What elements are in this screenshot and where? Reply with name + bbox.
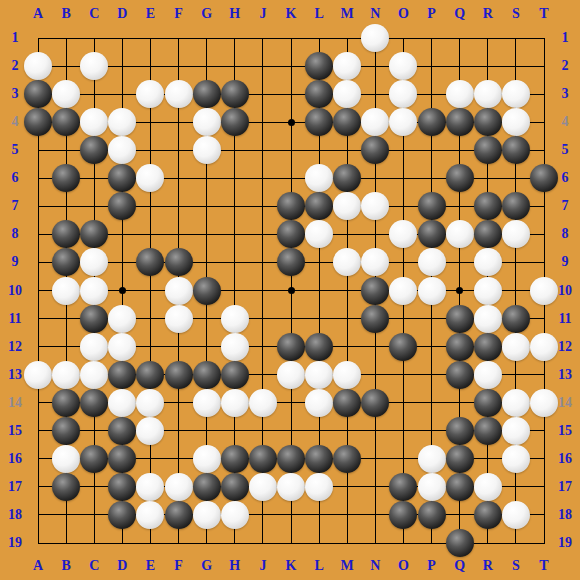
stone-white xyxy=(136,417,164,445)
row-label-left: 16 xyxy=(8,450,22,468)
stone-black xyxy=(333,445,361,473)
stone-black xyxy=(193,361,221,389)
row-label-left: 4 xyxy=(12,113,19,131)
row-label-right: 1 xyxy=(562,29,569,47)
stone-white xyxy=(165,277,193,305)
stone-black xyxy=(474,108,502,136)
stone-white xyxy=(136,473,164,501)
stone-white xyxy=(530,277,558,305)
stone-white xyxy=(80,52,108,80)
row-label-left: 18 xyxy=(8,506,22,524)
column-label-top: H xyxy=(229,5,240,23)
stone-white xyxy=(361,248,389,276)
column-label-top: M xyxy=(341,5,354,23)
column-label-bottom: M xyxy=(341,557,354,575)
stone-white xyxy=(418,277,446,305)
stone-white xyxy=(136,164,164,192)
row-label-left: 8 xyxy=(12,225,19,243)
stone-white xyxy=(305,473,333,501)
stone-black xyxy=(277,445,305,473)
stone-white xyxy=(193,445,221,473)
column-label-bottom: L xyxy=(314,557,323,575)
row-label-left: 13 xyxy=(8,366,22,384)
row-label-right: 7 xyxy=(562,197,569,215)
stone-white xyxy=(52,361,80,389)
column-label-bottom: E xyxy=(146,557,155,575)
stone-black xyxy=(108,501,136,529)
row-label-left: 15 xyxy=(8,422,22,440)
stone-white xyxy=(221,333,249,361)
column-label-top: N xyxy=(370,5,380,23)
stone-white xyxy=(305,220,333,248)
stone-black xyxy=(80,220,108,248)
stone-white xyxy=(193,501,221,529)
row-label-right: 12 xyxy=(558,338,572,356)
stone-black xyxy=(52,389,80,417)
row-label-right: 3 xyxy=(562,85,569,103)
stone-black xyxy=(361,305,389,333)
star-point xyxy=(119,287,126,294)
stone-white xyxy=(502,108,530,136)
stone-white xyxy=(474,277,502,305)
stone-black xyxy=(24,108,52,136)
stone-black xyxy=(277,248,305,276)
stone-white xyxy=(193,108,221,136)
row-label-right: 18 xyxy=(558,506,572,524)
stone-black xyxy=(418,192,446,220)
row-label-right: 10 xyxy=(558,282,572,300)
stone-white xyxy=(502,80,530,108)
row-label-left: 12 xyxy=(8,338,22,356)
stone-black xyxy=(333,164,361,192)
stone-white xyxy=(389,108,417,136)
stone-black xyxy=(277,220,305,248)
stone-white xyxy=(193,136,221,164)
stone-black xyxy=(446,473,474,501)
column-label-bottom: S xyxy=(512,557,520,575)
column-label-bottom: B xyxy=(61,557,70,575)
stone-black xyxy=(446,164,474,192)
row-label-right: 4 xyxy=(562,113,569,131)
stone-white xyxy=(333,248,361,276)
stone-white xyxy=(80,108,108,136)
stone-black xyxy=(52,220,80,248)
stone-white xyxy=(52,445,80,473)
stone-white xyxy=(305,361,333,389)
stone-white xyxy=(108,333,136,361)
stone-white xyxy=(249,473,277,501)
stone-black xyxy=(108,417,136,445)
stone-white xyxy=(165,80,193,108)
column-label-bottom: K xyxy=(286,557,297,575)
stone-white xyxy=(165,305,193,333)
row-label-right: 15 xyxy=(558,422,572,440)
stone-black xyxy=(333,389,361,417)
column-label-bottom: T xyxy=(539,557,548,575)
column-label-top: B xyxy=(61,5,70,23)
stone-white xyxy=(389,52,417,80)
stone-black xyxy=(446,108,474,136)
column-label-bottom: P xyxy=(427,557,436,575)
stone-white xyxy=(305,389,333,417)
stone-black xyxy=(474,417,502,445)
stone-white xyxy=(221,389,249,417)
stone-white xyxy=(80,248,108,276)
row-label-left: 19 xyxy=(8,534,22,552)
stone-white xyxy=(333,192,361,220)
row-label-right: 13 xyxy=(558,366,572,384)
column-label-top: A xyxy=(33,5,43,23)
column-label-bottom: A xyxy=(33,557,43,575)
stone-black xyxy=(418,501,446,529)
row-label-left: 7 xyxy=(12,197,19,215)
column-label-bottom: H xyxy=(229,557,240,575)
stone-black xyxy=(52,108,80,136)
stone-black xyxy=(530,164,558,192)
stone-black xyxy=(446,529,474,557)
stone-black xyxy=(277,333,305,361)
stone-white xyxy=(474,305,502,333)
stone-white xyxy=(474,80,502,108)
stone-white xyxy=(502,417,530,445)
row-label-left: 2 xyxy=(12,57,19,75)
stone-black xyxy=(446,333,474,361)
stone-black xyxy=(108,361,136,389)
stone-white xyxy=(474,248,502,276)
column-label-bottom: J xyxy=(259,557,266,575)
stone-white xyxy=(136,80,164,108)
stone-white xyxy=(361,108,389,136)
stone-black xyxy=(446,417,474,445)
stone-white xyxy=(389,277,417,305)
stone-black xyxy=(108,473,136,501)
stone-black xyxy=(502,305,530,333)
stone-white xyxy=(221,305,249,333)
stone-black xyxy=(80,389,108,417)
column-label-bottom: C xyxy=(89,557,99,575)
column-label-top: D xyxy=(117,5,127,23)
stone-black xyxy=(221,108,249,136)
column-label-top: F xyxy=(174,5,183,23)
stone-black xyxy=(474,501,502,529)
stone-white xyxy=(361,192,389,220)
row-label-left: 9 xyxy=(12,253,19,271)
column-label-bottom: G xyxy=(201,557,212,575)
stone-black xyxy=(136,361,164,389)
stone-white xyxy=(305,164,333,192)
row-label-right: 5 xyxy=(562,141,569,159)
stone-black xyxy=(52,473,80,501)
stone-black xyxy=(165,248,193,276)
stone-white xyxy=(333,52,361,80)
stone-white xyxy=(389,220,417,248)
stone-white xyxy=(136,389,164,417)
stone-black xyxy=(80,305,108,333)
star-point xyxy=(288,119,295,126)
stone-white xyxy=(80,361,108,389)
stone-black xyxy=(136,248,164,276)
column-label-top: G xyxy=(201,5,212,23)
column-label-top: K xyxy=(286,5,297,23)
stone-black xyxy=(502,136,530,164)
stone-black xyxy=(446,305,474,333)
stone-white xyxy=(502,389,530,417)
stone-black xyxy=(165,501,193,529)
row-label-right: 11 xyxy=(558,310,571,328)
column-label-bottom: D xyxy=(117,557,127,575)
stone-white xyxy=(277,473,305,501)
column-label-top: C xyxy=(89,5,99,23)
stone-white xyxy=(474,361,502,389)
row-label-right: 8 xyxy=(562,225,569,243)
stone-white xyxy=(80,277,108,305)
stone-black xyxy=(221,361,249,389)
stone-black xyxy=(80,136,108,164)
stone-black xyxy=(193,80,221,108)
stone-black xyxy=(165,361,193,389)
stone-black xyxy=(221,80,249,108)
stone-black xyxy=(474,136,502,164)
stone-black xyxy=(52,164,80,192)
row-label-left: 11 xyxy=(8,310,21,328)
stone-black xyxy=(52,248,80,276)
column-label-bottom: O xyxy=(398,557,409,575)
stone-black xyxy=(305,333,333,361)
row-label-left: 3 xyxy=(12,85,19,103)
stone-white xyxy=(333,80,361,108)
stone-white xyxy=(361,24,389,52)
column-label-bottom: R xyxy=(483,557,493,575)
column-label-top: Q xyxy=(454,5,465,23)
stone-white xyxy=(221,501,249,529)
stone-black xyxy=(333,108,361,136)
stone-white xyxy=(80,333,108,361)
stone-white xyxy=(52,277,80,305)
stone-white xyxy=(502,220,530,248)
stone-black xyxy=(305,52,333,80)
stone-black xyxy=(249,445,277,473)
stone-white xyxy=(502,333,530,361)
column-label-top: T xyxy=(539,5,548,23)
stone-white xyxy=(24,52,52,80)
stone-black xyxy=(474,192,502,220)
stone-white xyxy=(108,389,136,417)
stone-black xyxy=(418,220,446,248)
star-point xyxy=(288,287,295,294)
row-label-right: 17 xyxy=(558,478,572,496)
column-label-top: E xyxy=(146,5,155,23)
stone-black xyxy=(221,473,249,501)
stone-white xyxy=(108,305,136,333)
stone-black xyxy=(446,361,474,389)
stone-white xyxy=(530,389,558,417)
stone-black xyxy=(80,445,108,473)
stone-black xyxy=(108,445,136,473)
column-label-top: S xyxy=(512,5,520,23)
stone-black xyxy=(305,80,333,108)
stone-black xyxy=(361,277,389,305)
stone-black xyxy=(193,277,221,305)
grid-line-horizontal xyxy=(38,66,545,67)
column-label-top: P xyxy=(427,5,436,23)
stone-black xyxy=(277,192,305,220)
grid-line-vertical xyxy=(150,38,151,544)
stone-white xyxy=(446,80,474,108)
stone-white xyxy=(249,389,277,417)
stone-white xyxy=(333,361,361,389)
star-point xyxy=(456,287,463,294)
stone-black xyxy=(193,473,221,501)
stone-black xyxy=(389,473,417,501)
stone-white xyxy=(530,333,558,361)
go-board-app: AABBCCDDEEFFGGHHJJKKLLMMNNOOPPQQRRSSTT11… xyxy=(0,0,580,580)
row-label-left: 6 xyxy=(12,169,19,187)
stone-black xyxy=(389,333,417,361)
row-label-right: 9 xyxy=(562,253,569,271)
stone-black xyxy=(305,192,333,220)
stone-white xyxy=(165,473,193,501)
row-label-right: 19 xyxy=(558,534,572,552)
stone-white xyxy=(418,445,446,473)
stone-black xyxy=(52,417,80,445)
column-label-bottom: N xyxy=(370,557,380,575)
stone-black xyxy=(418,108,446,136)
stone-white xyxy=(446,220,474,248)
row-label-right: 6 xyxy=(562,169,569,187)
stone-black xyxy=(474,389,502,417)
stone-black xyxy=(502,192,530,220)
row-label-left: 5 xyxy=(12,141,19,159)
stone-white xyxy=(418,473,446,501)
row-label-left: 10 xyxy=(8,282,22,300)
stone-white xyxy=(474,473,502,501)
stone-black xyxy=(108,192,136,220)
stone-white xyxy=(502,501,530,529)
stone-black xyxy=(474,220,502,248)
stone-white xyxy=(108,136,136,164)
stone-black xyxy=(24,80,52,108)
stone-black xyxy=(305,445,333,473)
stone-white xyxy=(136,501,164,529)
stone-black xyxy=(446,445,474,473)
column-label-top: J xyxy=(259,5,266,23)
stone-black xyxy=(361,389,389,417)
stone-white xyxy=(389,80,417,108)
stone-black xyxy=(361,136,389,164)
column-label-top: O xyxy=(398,5,409,23)
stone-black xyxy=(305,108,333,136)
column-label-bottom: F xyxy=(174,557,183,575)
column-label-bottom: Q xyxy=(454,557,465,575)
row-label-left: 14 xyxy=(8,394,22,412)
stone-white xyxy=(193,389,221,417)
stone-white xyxy=(24,361,52,389)
stone-white xyxy=(108,108,136,136)
stone-black xyxy=(474,333,502,361)
column-label-top: R xyxy=(483,5,493,23)
row-label-right: 16 xyxy=(558,450,572,468)
stone-white xyxy=(418,248,446,276)
stone-white xyxy=(277,361,305,389)
row-label-right: 14 xyxy=(558,394,572,412)
stone-black xyxy=(108,164,136,192)
stone-white xyxy=(52,80,80,108)
grid-line-horizontal xyxy=(38,38,545,39)
row-label-left: 1 xyxy=(12,29,19,47)
stone-black xyxy=(221,445,249,473)
stone-black xyxy=(389,501,417,529)
stone-white xyxy=(502,445,530,473)
row-label-right: 2 xyxy=(562,57,569,75)
column-label-top: L xyxy=(314,5,323,23)
row-label-left: 17 xyxy=(8,478,22,496)
